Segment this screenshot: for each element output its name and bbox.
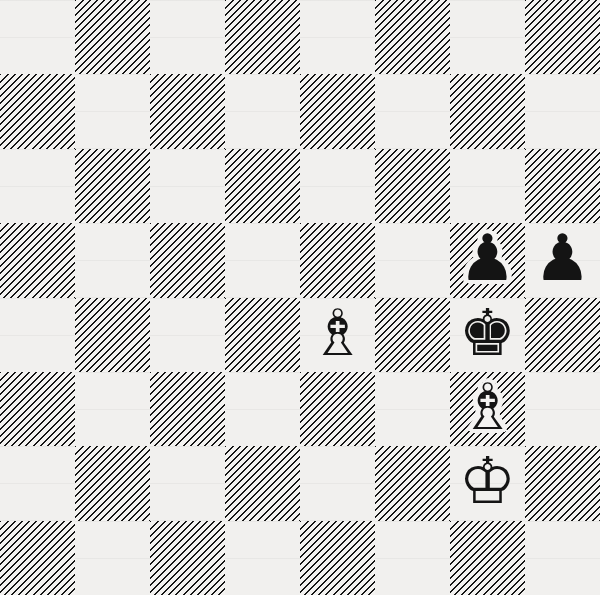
square-g5: ♟: [450, 223, 525, 297]
square-b3: [75, 372, 150, 446]
square-e4: ♗: [300, 298, 375, 372]
square-g6: [450, 149, 525, 223]
square-a5: [0, 223, 75, 297]
square-a8: [0, 0, 75, 74]
square-d5: [225, 223, 300, 297]
square-e2: [300, 446, 375, 520]
square-g2: ♔: [450, 446, 525, 520]
square-h4: [525, 298, 600, 372]
square-c5: [150, 223, 225, 297]
square-d6: [225, 149, 300, 223]
square-h8: [525, 0, 600, 74]
square-a1: [0, 521, 75, 595]
square-e6: [300, 149, 375, 223]
square-h7: [525, 74, 600, 148]
square-b7: [75, 74, 150, 148]
square-h1: [525, 521, 600, 595]
square-h5: ♟: [525, 223, 600, 297]
square-f7: [375, 74, 450, 148]
square-f5: [375, 223, 450, 297]
square-b4: [75, 298, 150, 372]
square-f1: [375, 521, 450, 595]
square-f2: [375, 446, 450, 520]
square-c1: [150, 521, 225, 595]
square-h6: [525, 149, 600, 223]
square-f4: [375, 298, 450, 372]
square-d2: [225, 446, 300, 520]
chess-board: ♟♟♗♚♗♔: [0, 0, 600, 595]
square-g7: [450, 74, 525, 148]
square-d8: [225, 0, 300, 74]
square-h3: [525, 372, 600, 446]
square-d3: [225, 372, 300, 446]
square-d4: [225, 298, 300, 372]
square-b6: [75, 149, 150, 223]
square-f6: [375, 149, 450, 223]
black-king-g4: ♚: [459, 298, 516, 370]
white-bishop-e4: ♗: [309, 298, 366, 370]
square-g4: ♚: [450, 298, 525, 372]
square-b8: [75, 0, 150, 74]
square-f3: [375, 372, 450, 446]
square-e5: [300, 223, 375, 297]
chess-diagram: ♟♟♗♚♗♔: [0, 0, 600, 595]
square-c3: [150, 372, 225, 446]
square-a6: [0, 149, 75, 223]
square-c6: [150, 149, 225, 223]
square-d7: [225, 74, 300, 148]
square-a7: [0, 74, 75, 148]
square-f8: [375, 0, 450, 74]
black-pawn-h5: ♟: [534, 223, 591, 295]
square-b1: [75, 521, 150, 595]
square-b2: [75, 446, 150, 520]
square-b5: [75, 223, 150, 297]
square-c8: [150, 0, 225, 74]
square-e7: [300, 74, 375, 148]
square-e1: [300, 521, 375, 595]
square-c2: [150, 446, 225, 520]
square-c7: [150, 74, 225, 148]
white-bishop-g3: ♗: [459, 372, 516, 444]
square-a3: [0, 372, 75, 446]
square-g8: [450, 0, 525, 74]
square-a2: [0, 446, 75, 520]
black-pawn-g5: ♟: [459, 223, 516, 295]
square-h2: [525, 446, 600, 520]
square-d1: [225, 521, 300, 595]
square-a4: [0, 298, 75, 372]
square-g3: ♗: [450, 372, 525, 446]
square-e3: [300, 372, 375, 446]
square-e8: [300, 0, 375, 74]
square-c4: [150, 298, 225, 372]
square-g1: [450, 521, 525, 595]
white-king-g2: ♔: [459, 446, 516, 518]
